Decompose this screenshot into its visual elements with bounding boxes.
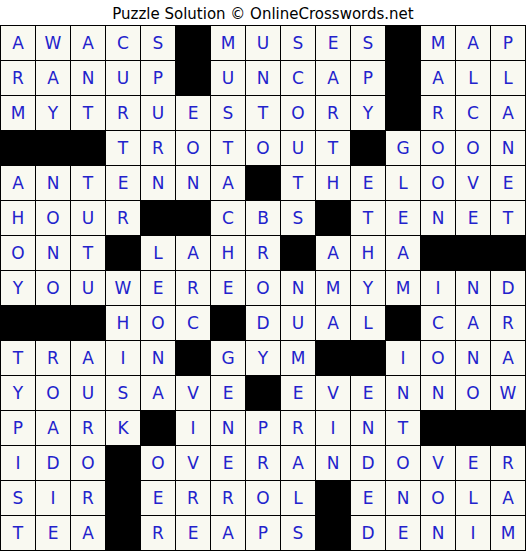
grid-cell-r12c8[interactable]: P <box>246 411 280 445</box>
black-cell-r4c3 <box>71 131 105 165</box>
grid-cell-r13c11[interactable]: D <box>351 446 385 480</box>
grid-cell-r8c13[interactable]: I <box>421 271 455 305</box>
grid-cell-r1c1[interactable]: A <box>1 26 35 60</box>
grid-cell-r4c12[interactable]: G <box>386 131 420 165</box>
black-cell-r4c1 <box>1 131 35 165</box>
grid-cell-r11c2[interactable]: O <box>36 376 70 410</box>
black-cell-r14c4 <box>106 481 140 515</box>
black-cell-r9c7 <box>211 306 245 340</box>
grid-cell-r14c3[interactable]: R <box>71 481 105 515</box>
black-cell-r7c14 <box>456 236 490 270</box>
grid-cell-r12c1[interactable]: P <box>1 411 35 445</box>
grid-cell-r14c8[interactable]: O <box>246 481 280 515</box>
grid-cell-r1c8[interactable]: U <box>246 26 280 60</box>
grid-cell-r10c4[interactable]: I <box>106 341 140 375</box>
black-cell-r10c6 <box>176 341 210 375</box>
grid-cell-r11c7[interactable]: E <box>211 376 245 410</box>
grid-cell-r12c7[interactable]: N <box>211 411 245 445</box>
grid-cell-r14c13[interactable]: O <box>421 481 455 515</box>
grid-cell-r4c4[interactable]: T <box>106 131 140 165</box>
black-cell-r3c12 <box>386 96 420 130</box>
grid-cell-r4c5[interactable]: R <box>141 131 175 165</box>
black-cell-r9c2 <box>36 306 70 340</box>
grid-cell-r6c2[interactable]: O <box>36 201 70 235</box>
grid-cell-r15c5[interactable]: R <box>141 516 175 550</box>
grid-cell-r8c8[interactable]: O <box>246 271 280 305</box>
grid-cell-r3c3[interactable]: T <box>71 96 105 130</box>
grid-cell-r13c5[interactable]: O <box>141 446 175 480</box>
grid-cell-r6c15[interactable]: T <box>491 201 525 235</box>
black-cell-r15c4 <box>106 516 140 550</box>
grid-cell-r8c9[interactable]: N <box>281 271 315 305</box>
grid-cell-r8c2[interactable]: O <box>36 271 70 305</box>
grid-cell-r7c1[interactable]: O <box>1 236 35 270</box>
grid-cell-r6c4[interactable]: R <box>106 201 140 235</box>
grid-cell-r3c9[interactable]: O <box>281 96 315 130</box>
grid-cell-r6c8[interactable]: B <box>246 201 280 235</box>
grid-cell-r14c15[interactable]: A <box>491 481 525 515</box>
grid-cell-r2c8[interactable]: N <box>246 61 280 95</box>
grid-cell-r14c5[interactable]: E <box>141 481 175 515</box>
grid-cell-r3c10[interactable]: R <box>316 96 350 130</box>
grid-cell-r11c11[interactable]: E <box>351 376 385 410</box>
grid-cell-r11c10[interactable]: V <box>316 376 350 410</box>
black-cell-r2c6 <box>176 61 210 95</box>
grid-cell-r13c6[interactable]: V <box>176 446 210 480</box>
grid-cell-r3c1[interactable]: M <box>1 96 35 130</box>
grid-cell-r7c8[interactable]: R <box>246 236 280 270</box>
grid-cell-r7c6[interactable]: A <box>176 236 210 270</box>
page-title: Puzzle Solution © OnlineCrosswords.net <box>0 0 526 25</box>
grid-cell-r7c12[interactable]: A <box>386 236 420 270</box>
black-cell-r13c4 <box>106 446 140 480</box>
grid-cell-r6c9[interactable]: S <box>281 201 315 235</box>
black-cell-r9c12 <box>386 306 420 340</box>
grid-cell-r9c9[interactable]: U <box>281 306 315 340</box>
grid-cell-r5c4[interactable]: E <box>106 166 140 200</box>
grid-cell-r15c6[interactable]: E <box>176 516 210 550</box>
grid-cell-r5c12[interactable]: L <box>386 166 420 200</box>
grid-cell-r9c5[interactable]: O <box>141 306 175 340</box>
grid-cell-r9c10[interactable]: A <box>316 306 350 340</box>
grid-cell-r14c1[interactable]: S <box>1 481 35 515</box>
grid-cell-r3c5[interactable]: U <box>141 96 175 130</box>
grid-cell-r5c6[interactable]: N <box>176 166 210 200</box>
grid-cell-r7c7[interactable]: H <box>211 236 245 270</box>
grid-cell-r5c2[interactable]: N <box>36 166 70 200</box>
grid-cell-r14c11[interactable]: E <box>351 481 385 515</box>
black-cell-r6c10 <box>316 201 350 235</box>
grid-cell-r13c7[interactable]: E <box>211 446 245 480</box>
grid-cell-r2c9[interactable]: C <box>281 61 315 95</box>
grid-cell-r4c10[interactable]: T <box>316 131 350 165</box>
grid-cell-r13c8[interactable]: R <box>246 446 280 480</box>
grid-cell-r2c11[interactable]: P <box>351 61 385 95</box>
grid-cell-r12c4[interactable]: K <box>106 411 140 445</box>
grid-cell-r11c12[interactable]: N <box>386 376 420 410</box>
black-cell-r7c13 <box>421 236 455 270</box>
grid-cell-r13c12[interactable]: O <box>386 446 420 480</box>
crossword-grid: AWACSMUSESMAPRANUPUNCAPALLMYTRUESTORYRCA… <box>0 25 526 551</box>
grid-cell-r11c3[interactable]: U <box>71 376 105 410</box>
grid-cell-r13c2[interactable]: D <box>36 446 70 480</box>
grid-cell-r3c14[interactable]: C <box>456 96 490 130</box>
black-cell-r2c12 <box>386 61 420 95</box>
grid-cell-r8c15[interactable]: D <box>491 271 525 305</box>
grid-cell-r11c14[interactable]: O <box>456 376 490 410</box>
grid-cell-r5c10[interactable]: H <box>316 166 350 200</box>
grid-cell-r3c4[interactable]: R <box>106 96 140 130</box>
grid-cell-r8c5[interactable]: E <box>141 271 175 305</box>
black-cell-r7c15 <box>491 236 525 270</box>
grid-cell-r13c13[interactable]: V <box>421 446 455 480</box>
grid-cell-r15c12[interactable]: E <box>386 516 420 550</box>
grid-cell-r7c10[interactable]: A <box>316 236 350 270</box>
grid-cell-r5c14[interactable]: V <box>456 166 490 200</box>
grid-cell-r6c14[interactable]: E <box>456 201 490 235</box>
grid-cell-r2c7[interactable]: U <box>211 61 245 95</box>
grid-cell-r1c13[interactable]: M <box>421 26 455 60</box>
grid-cell-r9c4[interactable]: H <box>106 306 140 340</box>
black-cell-r14c10 <box>316 481 350 515</box>
grid-cell-r2c14[interactable]: L <box>456 61 490 95</box>
grid-cell-r1c3[interactable]: A <box>71 26 105 60</box>
grid-cell-r5c5[interactable]: N <box>141 166 175 200</box>
grid-cell-r8c10[interactable]: M <box>316 271 350 305</box>
black-cell-r10c11 <box>351 341 385 375</box>
black-cell-r10c10 <box>316 341 350 375</box>
grid-cell-r5c11[interactable]: E <box>351 166 385 200</box>
grid-cell-r12c6[interactable]: I <box>176 411 210 445</box>
grid-cell-r6c3[interactable]: U <box>71 201 105 235</box>
grid-cell-r7c5[interactable]: L <box>141 236 175 270</box>
grid-cell-r10c7[interactable]: G <box>211 341 245 375</box>
grid-cell-r1c14[interactable]: A <box>456 26 490 60</box>
grid-cell-r13c9[interactable]: A <box>281 446 315 480</box>
grid-cell-r4c15[interactable]: N <box>491 131 525 165</box>
black-cell-r15c10 <box>316 516 350 550</box>
grid-cell-r15c1[interactable]: T <box>1 516 35 550</box>
black-cell-r12c15 <box>491 411 525 445</box>
black-cell-r12c13 <box>421 411 455 445</box>
grid-cell-r10c3[interactable]: A <box>71 341 105 375</box>
grid-cell-r12c2[interactable]: A <box>36 411 70 445</box>
grid-cell-r15c2[interactable]: E <box>36 516 70 550</box>
grid-cell-r15c11[interactable]: D <box>351 516 385 550</box>
grid-cell-r15c3[interactable]: A <box>71 516 105 550</box>
grid-cell-r6c1[interactable]: H <box>1 201 35 235</box>
black-cell-r7c4 <box>106 236 140 270</box>
grid-cell-r14c12[interactable]: N <box>386 481 420 515</box>
grid-cell-r10c13[interactable]: O <box>421 341 455 375</box>
grid-cell-r6c7[interactable]: C <box>211 201 245 235</box>
grid-cell-r1c11[interactable]: S <box>351 26 385 60</box>
grid-cell-r3c2[interactable]: Y <box>36 96 70 130</box>
grid-cell-r7c11[interactable]: H <box>351 236 385 270</box>
grid-cell-r1c10[interactable]: E <box>316 26 350 60</box>
grid-cell-r10c15[interactable]: A <box>491 341 525 375</box>
grid-cell-r1c5[interactable]: S <box>141 26 175 60</box>
grid-cell-r9c13[interactable]: C <box>421 306 455 340</box>
black-cell-r12c14 <box>456 411 490 445</box>
grid-cell-r2c15[interactable]: L <box>491 61 525 95</box>
grid-cell-r9c11[interactable]: L <box>351 306 385 340</box>
grid-cell-r11c4[interactable]: S <box>106 376 140 410</box>
grid-cell-r10c8[interactable]: Y <box>246 341 280 375</box>
grid-cell-r10c9[interactable]: M <box>281 341 315 375</box>
grid-cell-r10c2[interactable]: R <box>36 341 70 375</box>
grid-cell-r2c4[interactable]: U <box>106 61 140 95</box>
grid-cell-r13c14[interactable]: E <box>456 446 490 480</box>
black-cell-r7c9 <box>281 236 315 270</box>
grid-cell-r14c14[interactable]: L <box>456 481 490 515</box>
grid-cell-r5c3[interactable]: T <box>71 166 105 200</box>
grid-cell-r12c3[interactable]: R <box>71 411 105 445</box>
grid-cell-r3c8[interactable]: T <box>246 96 280 130</box>
puzzle-solution-page: Puzzle Solution © OnlineCrosswords.net A… <box>0 0 526 551</box>
grid-cell-r12c10[interactable]: I <box>316 411 350 445</box>
grid-cell-r13c15[interactable]: R <box>491 446 525 480</box>
black-cell-r12c5 <box>141 411 175 445</box>
grid-cell-r8c6[interactable]: R <box>176 271 210 305</box>
grid-cell-r10c14[interactable]: N <box>456 341 490 375</box>
grid-cell-r10c1[interactable]: T <box>1 341 35 375</box>
grid-cell-r3c6[interactable]: E <box>176 96 210 130</box>
grid-cell-r13c3[interactable]: O <box>71 446 105 480</box>
grid-cell-r3c7[interactable]: S <box>211 96 245 130</box>
grid-cell-r5c7[interactable]: A <box>211 166 245 200</box>
grid-cell-r11c15[interactable]: W <box>491 376 525 410</box>
grid-cell-r7c3[interactable]: T <box>71 236 105 270</box>
grid-cell-r8c14[interactable]: N <box>456 271 490 305</box>
grid-cell-r9c15[interactable]: R <box>491 306 525 340</box>
black-cell-r6c5 <box>141 201 175 235</box>
grid-cell-r14c6[interactable]: R <box>176 481 210 515</box>
grid-cell-r5c1[interactable]: A <box>1 166 35 200</box>
grid-cell-r4c14[interactable]: O <box>456 131 490 165</box>
grid-cell-r15c13[interactable]: N <box>421 516 455 550</box>
grid-cell-r2c3[interactable]: N <box>71 61 105 95</box>
grid-cell-r15c7[interactable]: A <box>211 516 245 550</box>
grid-cell-r11c5[interactable]: A <box>141 376 175 410</box>
grid-cell-r9c14[interactable]: A <box>456 306 490 340</box>
grid-cell-r10c12[interactable]: I <box>386 341 420 375</box>
grid-cell-r13c1[interactable]: I <box>1 446 35 480</box>
grid-cell-r2c5[interactable]: P <box>141 61 175 95</box>
grid-cell-r2c13[interactable]: A <box>421 61 455 95</box>
grid-cell-r12c12[interactable]: T <box>386 411 420 445</box>
grid-cell-r4c6[interactable]: O <box>176 131 210 165</box>
grid-cell-r8c7[interactable]: E <box>211 271 245 305</box>
grid-cell-r7c2[interactable]: N <box>36 236 70 270</box>
grid-cell-r8c1[interactable]: Y <box>1 271 35 305</box>
grid-cell-r11c9[interactable]: E <box>281 376 315 410</box>
grid-cell-r14c7[interactable]: R <box>211 481 245 515</box>
grid-cell-r11c6[interactable]: V <box>176 376 210 410</box>
grid-cell-r1c2[interactable]: W <box>36 26 70 60</box>
black-cell-r1c12 <box>386 26 420 60</box>
grid-cell-r4c8[interactable]: O <box>246 131 280 165</box>
grid-cell-r6c13[interactable]: N <box>421 201 455 235</box>
grid-cell-r2c10[interactable]: A <box>316 61 350 95</box>
grid-cell-r4c9[interactable]: U <box>281 131 315 165</box>
grid-cell-r11c1[interactable]: Y <box>1 376 35 410</box>
grid-cell-r1c15[interactable]: P <box>491 26 525 60</box>
black-cell-r6c6 <box>176 201 210 235</box>
grid-cell-r11c13[interactable]: N <box>421 376 455 410</box>
grid-cell-r6c12[interactable]: E <box>386 201 420 235</box>
grid-cell-r15c15[interactable]: M <box>491 516 525 550</box>
grid-cell-r13c10[interactable]: N <box>316 446 350 480</box>
grid-cell-r5c13[interactable]: O <box>421 166 455 200</box>
grid-cell-r15c14[interactable]: I <box>456 516 490 550</box>
grid-cell-r5c15[interactable]: E <box>491 166 525 200</box>
grid-cell-r15c9[interactable]: S <box>281 516 315 550</box>
grid-cell-r6c11[interactable]: T <box>351 201 385 235</box>
grid-cell-r10c5[interactable]: N <box>141 341 175 375</box>
grid-cell-r3c13[interactable]: R <box>421 96 455 130</box>
grid-cell-r9c8[interactable]: D <box>246 306 280 340</box>
black-cell-r5c8 <box>246 166 280 200</box>
grid-cell-r14c2[interactable]: I <box>36 481 70 515</box>
grid-cell-r8c4[interactable]: W <box>106 271 140 305</box>
grid-cell-r14c9[interactable]: L <box>281 481 315 515</box>
black-cell-r4c11 <box>351 131 385 165</box>
grid-cell-r15c8[interactable]: P <box>246 516 280 550</box>
grid-cell-r1c7[interactable]: M <box>211 26 245 60</box>
grid-cell-r5c9[interactable]: T <box>281 166 315 200</box>
grid-cell-r8c12[interactable]: M <box>386 271 420 305</box>
grid-cell-r12c9[interactable]: R <box>281 411 315 445</box>
grid-cell-r2c1[interactable]: R <box>1 61 35 95</box>
grid-cell-r4c7[interactable]: T <box>211 131 245 165</box>
grid-cell-r8c11[interactable]: Y <box>351 271 385 305</box>
grid-cell-r8c3[interactable]: U <box>71 271 105 305</box>
black-cell-r9c1 <box>1 306 35 340</box>
grid-cell-r1c4[interactable]: C <box>106 26 140 60</box>
grid-cell-r12c11[interactable]: N <box>351 411 385 445</box>
grid-cell-r3c11[interactable]: Y <box>351 96 385 130</box>
black-cell-r11c8 <box>246 376 280 410</box>
grid-cell-r3c15[interactable]: A <box>491 96 525 130</box>
grid-cell-r1c9[interactable]: S <box>281 26 315 60</box>
grid-cell-r4c13[interactable]: O <box>421 131 455 165</box>
black-cell-r1c6 <box>176 26 210 60</box>
grid-cell-r9c6[interactable]: C <box>176 306 210 340</box>
black-cell-r4c2 <box>36 131 70 165</box>
black-cell-r9c3 <box>71 306 105 340</box>
grid-cell-r2c2[interactable]: A <box>36 61 70 95</box>
